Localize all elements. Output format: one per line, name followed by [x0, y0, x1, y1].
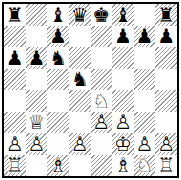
piece-wN-backing: ♞: [134, 155, 156, 177]
piece-wP-backing: ♟: [26, 133, 48, 155]
square-b3[interactable]: ♛♕: [26, 112, 48, 134]
square-a1[interactable]: ♜♖: [4, 155, 26, 177]
piece-wK: ♔: [112, 133, 134, 155]
square-e1[interactable]: [91, 155, 113, 177]
square-c1[interactable]: ♝♗: [47, 155, 69, 177]
piece-wN: ♘: [134, 155, 156, 177]
piece-wP-backing: ♟: [112, 112, 134, 134]
square-g3[interactable]: [134, 112, 156, 134]
piece-bQ: ♛: [69, 4, 91, 26]
square-e6[interactable]: [91, 47, 113, 69]
square-d4[interactable]: [69, 90, 91, 112]
square-c7[interactable]: ♟: [47, 26, 69, 48]
piece-wP-backing: ♟: [91, 112, 113, 134]
square-d5[interactable]: ♞: [69, 69, 91, 91]
piece-wP: ♙: [69, 133, 91, 155]
piece-wR-backing: ♜: [155, 155, 177, 177]
square-f3[interactable]: ♟♙: [112, 112, 134, 134]
piece-wP-backing: ♟: [69, 133, 91, 155]
square-h1[interactable]: ♜♖: [155, 155, 177, 177]
square-c2[interactable]: [47, 133, 69, 155]
square-g8[interactable]: [134, 4, 156, 26]
piece-bK: ♚: [91, 4, 113, 26]
square-f4[interactable]: [112, 90, 134, 112]
square-a6[interactable]: ♟: [4, 47, 26, 69]
square-h5[interactable]: [155, 69, 177, 91]
piece-wP-backing: ♟: [155, 133, 177, 155]
piece-bN: ♞: [69, 69, 91, 91]
square-b4[interactable]: [26, 90, 48, 112]
piece-bP: ♟: [4, 47, 26, 69]
piece-wP: ♙: [91, 112, 113, 134]
square-f8[interactable]: ♝: [112, 4, 134, 26]
piece-wB-backing: ♝: [112, 155, 134, 177]
square-f6[interactable]: [112, 47, 134, 69]
square-d7[interactable]: [69, 26, 91, 48]
square-d6[interactable]: [69, 47, 91, 69]
square-h8[interactable]: ♜: [155, 4, 177, 26]
square-f5[interactable]: [112, 69, 134, 91]
piece-wP-backing: ♟: [134, 133, 156, 155]
piece-bP: ♟: [155, 26, 177, 48]
square-c4[interactable]: [47, 90, 69, 112]
square-a7[interactable]: [4, 26, 26, 48]
square-a3[interactable]: [4, 112, 26, 134]
piece-bP: ♟: [47, 26, 69, 48]
piece-wR: ♖: [155, 155, 177, 177]
square-e5[interactable]: [91, 69, 113, 91]
square-d2[interactable]: ♟♙: [69, 133, 91, 155]
square-g4[interactable]: [134, 90, 156, 112]
piece-wN-backing: ♞: [91, 90, 113, 112]
square-g1[interactable]: ♞♘: [134, 155, 156, 177]
piece-wB-backing: ♝: [47, 155, 69, 177]
square-f7[interactable]: ♟: [112, 26, 134, 48]
piece-wP: ♙: [134, 133, 156, 155]
square-e4[interactable]: ♞♘: [91, 90, 113, 112]
piece-bP: ♟: [112, 26, 134, 48]
piece-wK-backing: ♚: [112, 133, 134, 155]
piece-wR-backing: ♜: [4, 155, 26, 177]
piece-bR: ♜: [4, 4, 26, 26]
square-e8[interactable]: ♚: [91, 4, 113, 26]
square-e2[interactable]: [91, 133, 113, 155]
piece-wB: ♗: [47, 155, 69, 177]
square-e3[interactable]: ♟♙: [91, 112, 113, 134]
piece-wP-backing: ♟: [4, 133, 26, 155]
square-c5[interactable]: [47, 69, 69, 91]
square-e7[interactable]: [91, 26, 113, 48]
piece-wN: ♘: [91, 90, 113, 112]
square-b8[interactable]: [26, 4, 48, 26]
piece-bB: ♝: [47, 4, 69, 26]
square-c3[interactable]: [47, 112, 69, 134]
square-h2[interactable]: ♟♙: [155, 133, 177, 155]
piece-wP: ♙: [155, 133, 177, 155]
chess-board: ♜♝♛♚♝♜♟♟♟♟♟♟♞♞♞♘♛♕♟♙♟♙♟♙♟♙♟♙♚♔♟♙♟♙♜♖♝♗♝♗…: [4, 4, 177, 176]
square-c6[interactable]: ♞: [47, 47, 69, 69]
square-a8[interactable]: ♜: [4, 4, 26, 26]
square-g2[interactable]: ♟♙: [134, 133, 156, 155]
piece-wP: ♙: [26, 133, 48, 155]
square-a5[interactable]: [4, 69, 26, 91]
square-f1[interactable]: ♝♗: [112, 155, 134, 177]
chess-board-frame: ♜♝♛♚♝♜♟♟♟♟♟♟♞♞♞♘♛♕♟♙♟♙♟♙♟♙♟♙♚♔♟♙♟♙♜♖♝♗♝♗…: [2, 2, 179, 178]
square-g6[interactable]: [134, 47, 156, 69]
square-h7[interactable]: ♟: [155, 26, 177, 48]
square-b6[interactable]: ♟: [26, 47, 48, 69]
square-f2[interactable]: ♚♔: [112, 133, 134, 155]
square-b7[interactable]: [26, 26, 48, 48]
piece-bB: ♝: [112, 4, 134, 26]
square-b5[interactable]: [26, 69, 48, 91]
piece-wB: ♗: [112, 155, 134, 177]
square-h4[interactable]: [155, 90, 177, 112]
piece-wP: ♙: [112, 112, 134, 134]
square-g5[interactable]: [134, 69, 156, 91]
square-g7[interactable]: ♟: [134, 26, 156, 48]
piece-bR: ♜: [155, 4, 177, 26]
piece-bP: ♟: [134, 26, 156, 48]
square-b1[interactable]: [26, 155, 48, 177]
square-b2[interactable]: ♟♙: [26, 133, 48, 155]
square-d3[interactable]: [69, 112, 91, 134]
piece-wQ: ♕: [26, 112, 48, 134]
piece-wQ-backing: ♛: [26, 112, 48, 134]
piece-bP: ♟: [26, 47, 48, 69]
piece-wP: ♙: [4, 133, 26, 155]
piece-bN: ♞: [47, 47, 69, 69]
square-h6[interactable]: [155, 47, 177, 69]
piece-wR: ♖: [4, 155, 26, 177]
square-d1[interactable]: [69, 155, 91, 177]
square-h3[interactable]: [155, 112, 177, 134]
square-c8[interactable]: ♝: [47, 4, 69, 26]
square-d8[interactable]: ♛: [69, 4, 91, 26]
square-a2[interactable]: ♟♙: [4, 133, 26, 155]
square-a4[interactable]: [4, 90, 26, 112]
